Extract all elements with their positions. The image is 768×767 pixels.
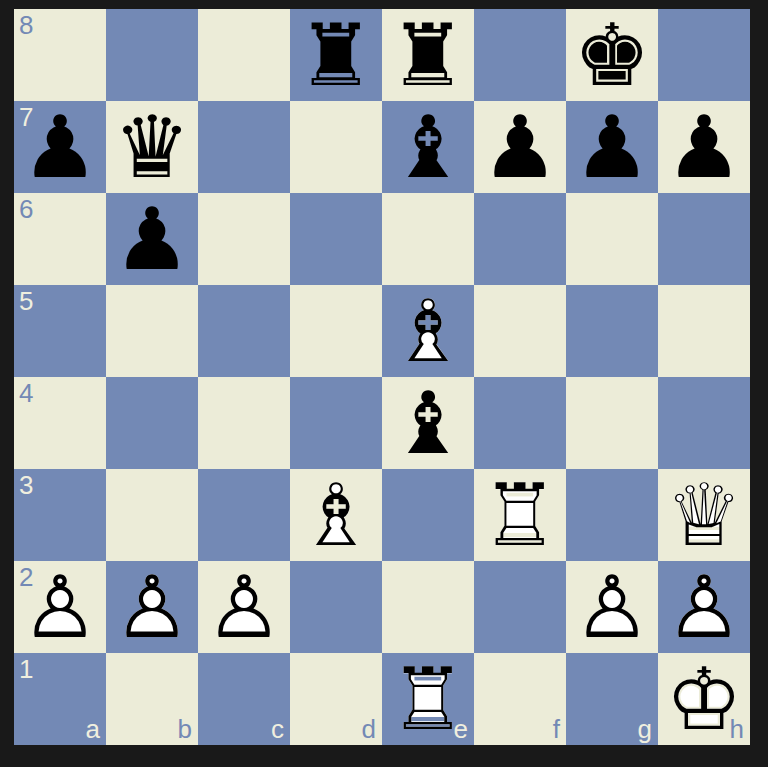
white-pawn-outline-icon: ♙ <box>14 561 106 653</box>
square-d6[interactable] <box>290 193 382 285</box>
square-f2[interactable] <box>474 561 566 653</box>
square-e4[interactable]: ♝ <box>382 377 474 469</box>
square-g2[interactable]: ♟♙ <box>566 561 658 653</box>
square-h7[interactable]: ♟ <box>658 101 750 193</box>
white-rook-outline-icon: ♖ <box>382 653 474 745</box>
square-g6[interactable] <box>566 193 658 285</box>
file-label-g: g <box>638 716 652 742</box>
piece-white-king[interactable]: ♚♔ <box>658 653 750 745</box>
square-f1[interactable]: f <box>474 653 566 745</box>
black-bishop-icon: ♝ <box>382 101 474 193</box>
square-e6[interactable] <box>382 193 474 285</box>
black-pawn-icon: ♟ <box>474 101 566 193</box>
square-e2[interactable] <box>382 561 474 653</box>
square-b8[interactable] <box>106 9 198 101</box>
square-d3[interactable]: ♝♗ <box>290 469 382 561</box>
square-h6[interactable] <box>658 193 750 285</box>
square-d7[interactable] <box>290 101 382 193</box>
square-d8[interactable]: ♜ <box>290 9 382 101</box>
square-a1[interactable]: 1a <box>14 653 106 745</box>
piece-black-bishop[interactable]: ♝ <box>382 101 474 193</box>
square-d5[interactable] <box>290 285 382 377</box>
piece-white-pawn[interactable]: ♟♙ <box>198 561 290 653</box>
white-bishop-outline-icon: ♗ <box>382 285 474 377</box>
square-g1[interactable]: g <box>566 653 658 745</box>
square-a8[interactable]: 8 <box>14 9 106 101</box>
square-c2[interactable]: ♟♙ <box>198 561 290 653</box>
square-d1[interactable]: d <box>290 653 382 745</box>
piece-black-rook[interactable]: ♜ <box>290 9 382 101</box>
square-e3[interactable] <box>382 469 474 561</box>
square-h1[interactable]: h♚♔ <box>658 653 750 745</box>
square-b6[interactable]: ♟ <box>106 193 198 285</box>
piece-white-rook[interactable]: ♜♖ <box>382 653 474 745</box>
chess-board: 8♜♜♚7♟♛♝♟♟♟6♟5♝♗4♝3♝♗♜♖♛♕2♟♙♟♙♟♙♟♙♟♙1abc… <box>14 9 750 745</box>
piece-black-pawn[interactable]: ♟ <box>566 101 658 193</box>
square-d4[interactable] <box>290 377 382 469</box>
square-b1[interactable]: b <box>106 653 198 745</box>
square-g7[interactable]: ♟ <box>566 101 658 193</box>
square-d2[interactable] <box>290 561 382 653</box>
square-b3[interactable] <box>106 469 198 561</box>
rank-label-3: 3 <box>19 472 33 498</box>
white-pawn-outline-icon: ♙ <box>566 561 658 653</box>
board-frame: 8♜♜♚7♟♛♝♟♟♟6♟5♝♗4♝3♝♗♜♖♛♕2♟♙♟♙♟♙♟♙♟♙1abc… <box>0 0 768 767</box>
black-pawn-icon: ♟ <box>658 101 750 193</box>
piece-black-queen[interactable]: ♛ <box>106 101 198 193</box>
square-b5[interactable] <box>106 285 198 377</box>
white-king-outline-icon: ♔ <box>658 653 750 745</box>
square-c3[interactable] <box>198 469 290 561</box>
white-pawn-outline-icon: ♙ <box>198 561 290 653</box>
square-g3[interactable] <box>566 469 658 561</box>
square-g5[interactable] <box>566 285 658 377</box>
piece-white-rook[interactable]: ♜♖ <box>474 469 566 561</box>
square-c8[interactable] <box>198 9 290 101</box>
square-f8[interactable] <box>474 9 566 101</box>
piece-white-bishop[interactable]: ♝♗ <box>382 285 474 377</box>
rank-label-1: 1 <box>19 656 33 682</box>
square-c4[interactable] <box>198 377 290 469</box>
square-a2[interactable]: 2♟♙ <box>14 561 106 653</box>
black-pawn-icon: ♟ <box>106 193 198 285</box>
black-rook-icon: ♜ <box>290 9 382 101</box>
piece-black-pawn[interactable]: ♟ <box>474 101 566 193</box>
rank-label-6: 6 <box>19 196 33 222</box>
piece-black-pawn[interactable]: ♟ <box>658 101 750 193</box>
square-c5[interactable] <box>198 285 290 377</box>
square-f5[interactable] <box>474 285 566 377</box>
piece-black-pawn[interactable]: ♟ <box>106 193 198 285</box>
file-label-a: a <box>86 716 100 742</box>
file-label-d: d <box>362 716 376 742</box>
square-f6[interactable] <box>474 193 566 285</box>
rank-label-8: 8 <box>19 12 33 38</box>
square-h5[interactable] <box>658 285 750 377</box>
square-f4[interactable] <box>474 377 566 469</box>
file-label-f: f <box>553 716 560 742</box>
black-pawn-icon: ♟ <box>14 101 106 193</box>
square-h8[interactable] <box>658 9 750 101</box>
piece-black-bishop[interactable]: ♝ <box>382 377 474 469</box>
black-pawn-icon: ♟ <box>566 101 658 193</box>
piece-black-king[interactable]: ♚ <box>566 9 658 101</box>
rank-label-4: 4 <box>19 380 33 406</box>
square-c6[interactable] <box>198 193 290 285</box>
square-f3[interactable]: ♜♖ <box>474 469 566 561</box>
piece-white-pawn[interactable]: ♟♙ <box>106 561 198 653</box>
square-g8[interactable]: ♚ <box>566 9 658 101</box>
white-bishop-outline-icon: ♗ <box>290 469 382 561</box>
square-h4[interactable] <box>658 377 750 469</box>
piece-white-pawn[interactable]: ♟♙ <box>14 561 106 653</box>
piece-white-queen[interactable]: ♛♕ <box>658 469 750 561</box>
square-h3[interactable]: ♛♕ <box>658 469 750 561</box>
square-e1[interactable]: e♜♖ <box>382 653 474 745</box>
square-f7[interactable]: ♟ <box>474 101 566 193</box>
square-a5[interactable]: 5 <box>14 285 106 377</box>
square-e8[interactable]: ♜ <box>382 9 474 101</box>
square-h2[interactable]: ♟♙ <box>658 561 750 653</box>
square-e7[interactable]: ♝ <box>382 101 474 193</box>
square-g4[interactable] <box>566 377 658 469</box>
square-b4[interactable] <box>106 377 198 469</box>
black-queen-icon: ♛ <box>106 101 198 193</box>
file-label-c: c <box>271 716 284 742</box>
square-b2[interactable]: ♟♙ <box>106 561 198 653</box>
file-label-b: b <box>178 716 192 742</box>
white-pawn-outline-icon: ♙ <box>658 561 750 653</box>
black-rook-icon: ♜ <box>382 9 474 101</box>
black-bishop-icon: ♝ <box>382 377 474 469</box>
piece-white-pawn[interactable]: ♟♙ <box>658 561 750 653</box>
square-a4[interactable]: 4 <box>14 377 106 469</box>
square-c1[interactable]: c <box>198 653 290 745</box>
rank-label-5: 5 <box>19 288 33 314</box>
piece-white-pawn[interactable]: ♟♙ <box>566 561 658 653</box>
square-e5[interactable]: ♝♗ <box>382 285 474 377</box>
piece-white-bishop[interactable]: ♝♗ <box>290 469 382 561</box>
white-queen-outline-icon: ♕ <box>658 469 750 561</box>
square-b7[interactable]: ♛ <box>106 101 198 193</box>
white-rook-outline-icon: ♖ <box>474 469 566 561</box>
square-a6[interactable]: 6 <box>14 193 106 285</box>
piece-black-pawn[interactable]: ♟ <box>14 101 106 193</box>
square-a7[interactable]: 7♟ <box>14 101 106 193</box>
black-king-icon: ♚ <box>566 9 658 101</box>
white-pawn-outline-icon: ♙ <box>106 561 198 653</box>
piece-black-rook[interactable]: ♜ <box>382 9 474 101</box>
square-a3[interactable]: 3 <box>14 469 106 561</box>
square-c7[interactable] <box>198 101 290 193</box>
